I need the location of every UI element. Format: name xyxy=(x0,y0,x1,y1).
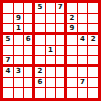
cell-r3c3[interactable] xyxy=(24,24,34,34)
cell-r7c2[interactable]: 3 xyxy=(14,67,24,77)
cell-r8c4[interactable]: 6 xyxy=(35,78,45,88)
cell-r4c8[interactable]: 4 xyxy=(78,35,88,45)
cell-r8c5[interactable] xyxy=(46,78,56,88)
cell-r4c4[interactable] xyxy=(35,35,45,45)
cell-r3c2[interactable]: 1 xyxy=(14,24,24,34)
cell-r7c1[interactable]: 4 xyxy=(3,67,13,77)
cell-r6c5[interactable] xyxy=(46,56,56,66)
cell-r6c7[interactable] xyxy=(67,56,77,66)
cell-r1c1[interactable] xyxy=(3,3,13,13)
cell-r6c8[interactable] xyxy=(78,56,88,66)
cell-r2c5[interactable] xyxy=(46,14,56,24)
cell-r3c5[interactable] xyxy=(46,24,56,34)
cell-r4c1[interactable]: 5 xyxy=(3,35,13,45)
cell-r6c9[interactable] xyxy=(88,56,98,66)
cell-r6c3[interactable] xyxy=(24,56,34,66)
cell-r6c2[interactable] xyxy=(14,56,24,66)
cell-r2c7[interactable]: 2 xyxy=(67,14,77,24)
cell-r2c8[interactable] xyxy=(78,14,88,24)
cell-r4c5[interactable] xyxy=(46,35,56,45)
cell-r7c7[interactable] xyxy=(67,67,77,77)
cell-r8c3[interactable] xyxy=(24,78,34,88)
cell-r1c9[interactable] xyxy=(88,3,98,13)
cell-r5c9[interactable] xyxy=(88,46,98,56)
cell-r1c3[interactable] xyxy=(24,3,34,13)
cell-r3c7[interactable]: 9 xyxy=(67,24,77,34)
cell-r8c1[interactable] xyxy=(3,78,13,88)
cell-r3c9[interactable] xyxy=(88,24,98,34)
cell-r5c1[interactable] xyxy=(3,46,13,56)
cell-r2c4[interactable] xyxy=(35,14,45,24)
cell-r4c2[interactable] xyxy=(14,35,24,45)
cell-r2c2[interactable]: 9 xyxy=(14,14,24,24)
cell-r1c8[interactable] xyxy=(78,3,88,13)
cell-r3c8[interactable] xyxy=(78,24,88,34)
cell-r2c1[interactable] xyxy=(3,14,13,24)
cell-r9c9[interactable] xyxy=(88,88,98,98)
cell-r4c7[interactable] xyxy=(67,35,77,45)
sudoku-board: 57921956421743267 xyxy=(0,0,101,101)
cell-r6c4[interactable] xyxy=(35,56,45,66)
cell-r2c3[interactable] xyxy=(24,14,34,24)
cell-r7c4[interactable]: 2 xyxy=(35,67,45,77)
cell-r1c5[interactable] xyxy=(46,3,56,13)
cell-r6c6[interactable] xyxy=(56,56,66,66)
cell-r7c5[interactable] xyxy=(46,67,56,77)
cell-r9c1[interactable] xyxy=(3,88,13,98)
cell-r1c2[interactable] xyxy=(14,3,24,13)
cell-r2c9[interactable] xyxy=(88,14,98,24)
cell-r9c5[interactable] xyxy=(46,88,56,98)
cell-r7c9[interactable] xyxy=(88,67,98,77)
cell-r9c7[interactable] xyxy=(67,88,77,98)
cell-r1c4[interactable]: 5 xyxy=(35,3,45,13)
cell-r2c6[interactable] xyxy=(56,14,66,24)
cell-r5c4[interactable] xyxy=(35,46,45,56)
cell-r8c6[interactable] xyxy=(56,78,66,88)
cell-r1c6[interactable]: 7 xyxy=(56,3,66,13)
cell-r4c9[interactable]: 2 xyxy=(88,35,98,45)
cell-r5c3[interactable] xyxy=(24,46,34,56)
cell-r9c6[interactable] xyxy=(56,88,66,98)
cell-r5c8[interactable] xyxy=(78,46,88,56)
cell-r8c7[interactable] xyxy=(67,78,77,88)
cell-r7c6[interactable] xyxy=(56,67,66,77)
cell-r5c5[interactable]: 1 xyxy=(46,46,56,56)
cell-r7c8[interactable] xyxy=(78,67,88,77)
cell-r3c4[interactable] xyxy=(35,24,45,34)
cell-r7c3[interactable] xyxy=(24,67,34,77)
cell-r4c3[interactable]: 6 xyxy=(24,35,34,45)
cell-r4c6[interactable] xyxy=(56,35,66,45)
cell-r9c2[interactable] xyxy=(14,88,24,98)
cell-r5c7[interactable] xyxy=(67,46,77,56)
cell-r1c7[interactable] xyxy=(67,3,77,13)
cell-r8c2[interactable] xyxy=(14,78,24,88)
cell-r5c6[interactable] xyxy=(56,46,66,56)
cell-r8c9[interactable] xyxy=(88,78,98,88)
cell-r3c1[interactable] xyxy=(3,24,13,34)
cell-r9c4[interactable] xyxy=(35,88,45,98)
cell-r3c6[interactable] xyxy=(56,24,66,34)
cell-r8c8[interactable]: 7 xyxy=(78,78,88,88)
cell-r6c1[interactable]: 7 xyxy=(3,56,13,66)
cell-r5c2[interactable] xyxy=(14,46,24,56)
cell-r9c8[interactable] xyxy=(78,88,88,98)
cell-r9c3[interactable] xyxy=(24,88,34,98)
